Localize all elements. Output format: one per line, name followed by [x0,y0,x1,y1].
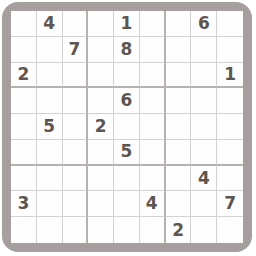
cell-r4c6[interactable] [140,88,166,114]
cell-r8c8[interactable] [191,191,217,217]
cell-r9c2[interactable] [37,217,63,243]
cell-r1c6[interactable] [140,11,166,37]
cell-r3c3[interactable] [63,63,89,89]
cell-r5c4[interactable]: 2 [88,114,114,140]
cell-r8c3[interactable] [63,191,89,217]
cell-r6c6[interactable] [140,140,166,166]
cell-r7c2[interactable] [37,166,63,192]
cell-r2c3[interactable]: 7 [63,37,89,63]
cell-r2c6[interactable] [140,37,166,63]
cell-r9c1[interactable] [11,217,37,243]
cell-r5c7[interactable] [166,114,192,140]
cell-r4c5[interactable]: 6 [114,88,140,114]
cell-r4c8[interactable] [191,88,217,114]
cell-r6c8[interactable] [191,140,217,166]
cell-r1c7[interactable] [166,11,192,37]
cell-r3c5[interactable] [114,63,140,89]
cell-r1c4[interactable] [88,11,114,37]
cell-r9c9[interactable] [217,217,243,243]
cell-r1c9[interactable] [217,11,243,37]
cell-r7c5[interactable] [114,166,140,192]
cell-r8c5[interactable] [114,191,140,217]
cell-r6c3[interactable] [63,140,89,166]
cell-r4c1[interactable] [11,88,37,114]
cell-r3c2[interactable] [37,63,63,89]
cell-r6c1[interactable] [11,140,37,166]
cell-r2c7[interactable] [166,37,192,63]
cell-r8c1[interactable]: 3 [11,191,37,217]
cell-r7c3[interactable] [63,166,89,192]
cell-r9c3[interactable] [63,217,89,243]
cell-r4c2[interactable] [37,88,63,114]
cell-r3c7[interactable] [166,63,192,89]
board-frame: 4167821652543472 [2,2,252,252]
cell-r6c2[interactable] [37,140,63,166]
cell-r5c9[interactable] [217,114,243,140]
cell-r3c6[interactable] [140,63,166,89]
cell-r7c6[interactable] [140,166,166,192]
cell-r6c9[interactable] [217,140,243,166]
cell-r8c6[interactable]: 4 [140,191,166,217]
cell-r2c8[interactable] [191,37,217,63]
cell-r9c4[interactable] [88,217,114,243]
cell-r6c7[interactable] [166,140,192,166]
cell-r5c2[interactable]: 5 [37,114,63,140]
cell-r4c7[interactable] [166,88,192,114]
cell-r7c7[interactable] [166,166,192,192]
cell-r1c2[interactable]: 4 [37,11,63,37]
cell-r8c7[interactable] [166,191,192,217]
cell-r1c3[interactable] [63,11,89,37]
cell-r2c2[interactable] [37,37,63,63]
cell-r3c4[interactable] [88,63,114,89]
cell-r8c9[interactable]: 7 [217,191,243,217]
cell-r3c9[interactable]: 1 [217,63,243,89]
cell-r9c6[interactable] [140,217,166,243]
cell-r6c5[interactable]: 5 [114,140,140,166]
cell-r5c5[interactable] [114,114,140,140]
cell-r9c7[interactable]: 2 [166,217,192,243]
cell-r6c4[interactable] [88,140,114,166]
cell-r3c1[interactable]: 2 [11,63,37,89]
sudoku-board: 4167821652543472 [11,11,243,243]
cell-r7c1[interactable] [11,166,37,192]
cell-r4c9[interactable] [217,88,243,114]
cell-r2c4[interactable] [88,37,114,63]
cell-r7c9[interactable] [217,166,243,192]
cell-r5c8[interactable] [191,114,217,140]
cell-r7c8[interactable]: 4 [191,166,217,192]
cell-r7c4[interactable] [88,166,114,192]
cell-r9c8[interactable] [191,217,217,243]
cell-r4c3[interactable] [63,88,89,114]
cell-r8c4[interactable] [88,191,114,217]
cell-r1c1[interactable] [11,11,37,37]
cell-r5c6[interactable] [140,114,166,140]
cell-r1c5[interactable]: 1 [114,11,140,37]
cell-r2c9[interactable] [217,37,243,63]
cell-r2c5[interactable]: 8 [114,37,140,63]
cell-r8c2[interactable] [37,191,63,217]
cell-r2c1[interactable] [11,37,37,63]
cell-r5c3[interactable] [63,114,89,140]
cell-r3c8[interactable] [191,63,217,89]
cell-r1c8[interactable]: 6 [191,11,217,37]
cell-r4c4[interactable] [88,88,114,114]
cell-r9c5[interactable] [114,217,140,243]
cell-r5c1[interactable] [11,114,37,140]
